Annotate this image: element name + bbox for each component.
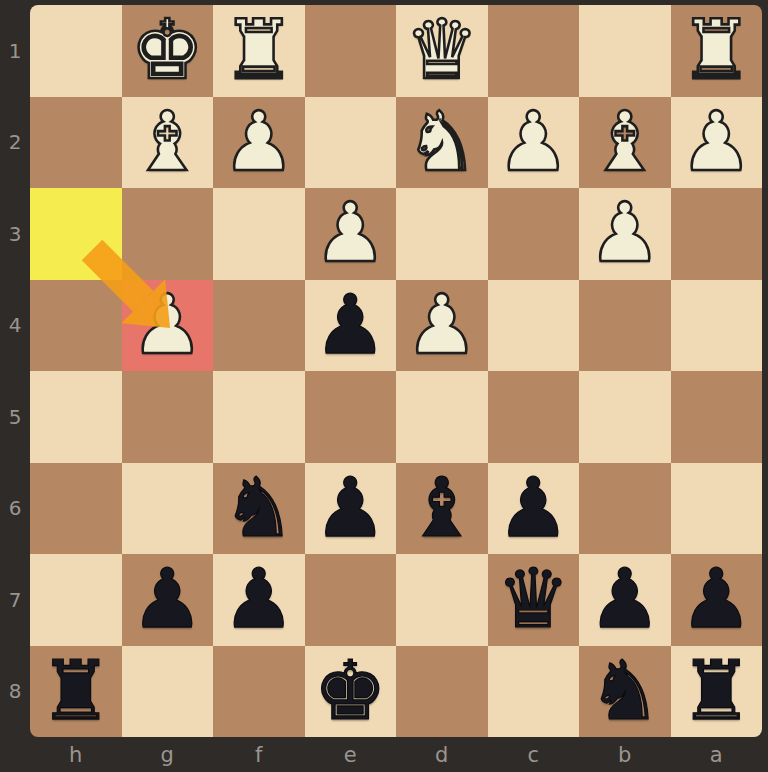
square-f2[interactable]: ♟ bbox=[213, 97, 305, 189]
square-d6[interactable]: ♝ bbox=[396, 463, 488, 555]
white-pawn[interactable]: ♟ bbox=[496, 96, 570, 188]
white-pawn[interactable]: ♟ bbox=[313, 187, 387, 279]
square-d1[interactable]: ♛ bbox=[396, 5, 488, 97]
square-a6[interactable] bbox=[671, 463, 763, 555]
square-b2[interactable]: ♝ bbox=[579, 97, 671, 189]
black-knight[interactable]: ♞ bbox=[222, 462, 296, 554]
square-b5[interactable] bbox=[579, 371, 671, 463]
square-d4[interactable]: ♟ bbox=[396, 280, 488, 372]
square-e8[interactable]: ♚ bbox=[305, 646, 397, 738]
white-rook[interactable]: ♜ bbox=[222, 5, 296, 96]
white-pawn[interactable]: ♟ bbox=[679, 96, 753, 188]
rank-labels: 12345678 bbox=[0, 5, 30, 737]
chess-board: ♚♜♛♜♝♟♞♟♝♟♟♟♟♟♟♞♟♝♟♟♟♛♟♟♜♚♞♜ bbox=[30, 5, 762, 737]
square-d8[interactable] bbox=[396, 646, 488, 738]
square-f7[interactable]: ♟ bbox=[213, 554, 305, 646]
square-g5[interactable] bbox=[122, 371, 214, 463]
square-h5[interactable] bbox=[30, 371, 122, 463]
black-bishop[interactable]: ♝ bbox=[405, 462, 479, 554]
square-c3[interactable] bbox=[488, 188, 580, 280]
black-pawn[interactable]: ♟ bbox=[588, 553, 662, 645]
black-rook[interactable]: ♜ bbox=[679, 645, 753, 737]
square-c4[interactable] bbox=[488, 280, 580, 372]
square-g3[interactable] bbox=[122, 188, 214, 280]
white-bishop[interactable]: ♝ bbox=[588, 96, 662, 188]
square-h3[interactable] bbox=[30, 188, 122, 280]
square-f1[interactable]: ♜ bbox=[213, 5, 305, 97]
square-b1[interactable] bbox=[579, 5, 671, 97]
square-g6[interactable] bbox=[122, 463, 214, 555]
white-pawn[interactable]: ♟ bbox=[130, 279, 204, 371]
rank-label-8: 8 bbox=[0, 646, 30, 738]
square-h2[interactable] bbox=[30, 97, 122, 189]
square-h7[interactable] bbox=[30, 554, 122, 646]
square-h6[interactable] bbox=[30, 463, 122, 555]
rank-label-4: 4 bbox=[0, 280, 30, 372]
white-king[interactable]: ♚ bbox=[130, 5, 204, 96]
square-e6[interactable]: ♟ bbox=[305, 463, 397, 555]
black-rook[interactable]: ♜ bbox=[39, 645, 113, 737]
rank-label-1: 1 bbox=[0, 5, 30, 97]
square-c7[interactable]: ♛ bbox=[488, 554, 580, 646]
white-pawn[interactable]: ♟ bbox=[222, 96, 296, 188]
white-queen[interactable]: ♛ bbox=[405, 5, 479, 96]
rank-label-6: 6 bbox=[0, 463, 30, 555]
square-g8[interactable] bbox=[122, 646, 214, 738]
square-b3[interactable]: ♟ bbox=[579, 188, 671, 280]
square-e4[interactable]: ♟ bbox=[305, 280, 397, 372]
rank-label-7: 7 bbox=[0, 554, 30, 646]
file-label-b: b bbox=[579, 737, 671, 772]
square-b6[interactable] bbox=[579, 463, 671, 555]
square-g1[interactable]: ♚ bbox=[122, 5, 214, 97]
square-f6[interactable]: ♞ bbox=[213, 463, 305, 555]
white-knight[interactable]: ♞ bbox=[405, 96, 479, 188]
rank-label-2: 2 bbox=[0, 97, 30, 189]
square-e7[interactable] bbox=[305, 554, 397, 646]
square-a1[interactable]: ♜ bbox=[671, 5, 763, 97]
square-g4[interactable]: ♟ bbox=[122, 280, 214, 372]
square-d2[interactable]: ♞ bbox=[396, 97, 488, 189]
square-d3[interactable] bbox=[396, 188, 488, 280]
square-d7[interactable] bbox=[396, 554, 488, 646]
white-pawn[interactable]: ♟ bbox=[405, 279, 479, 371]
file-label-f: f bbox=[213, 737, 305, 772]
black-pawn[interactable]: ♟ bbox=[222, 553, 296, 645]
file-label-a: a bbox=[671, 737, 763, 772]
black-pawn[interactable]: ♟ bbox=[496, 462, 570, 554]
white-pawn[interactable]: ♟ bbox=[588, 187, 662, 279]
square-c8[interactable] bbox=[488, 646, 580, 738]
square-a7[interactable]: ♟ bbox=[671, 554, 763, 646]
square-f8[interactable] bbox=[213, 646, 305, 738]
square-h1[interactable] bbox=[30, 5, 122, 97]
file-label-g: g bbox=[122, 737, 214, 772]
square-f3[interactable] bbox=[213, 188, 305, 280]
white-rook[interactable]: ♜ bbox=[679, 5, 753, 96]
square-a8[interactable]: ♜ bbox=[671, 646, 763, 738]
file-label-e: e bbox=[305, 737, 397, 772]
file-labels: hgfedcba bbox=[30, 737, 762, 772]
file-label-h: h bbox=[30, 737, 122, 772]
square-b7[interactable]: ♟ bbox=[579, 554, 671, 646]
square-h8[interactable]: ♜ bbox=[30, 646, 122, 738]
square-c6[interactable]: ♟ bbox=[488, 463, 580, 555]
square-h4[interactable] bbox=[30, 280, 122, 372]
square-e3[interactable]: ♟ bbox=[305, 188, 397, 280]
square-e5[interactable] bbox=[305, 371, 397, 463]
square-a3[interactable] bbox=[671, 188, 763, 280]
square-d5[interactable] bbox=[396, 371, 488, 463]
white-bishop[interactable]: ♝ bbox=[130, 96, 204, 188]
board-container: 12345678 ♚♜♛♜♝♟♞♟♝♟♟♟♟♟♟♞♟♝♟♟♟♛♟♟♜♚♞♜ hg… bbox=[0, 0, 768, 772]
black-king[interactable]: ♚ bbox=[313, 645, 387, 737]
square-a5[interactable] bbox=[671, 371, 763, 463]
black-queen[interactable]: ♛ bbox=[496, 553, 570, 645]
black-pawn[interactable]: ♟ bbox=[313, 279, 387, 371]
black-pawn[interactable]: ♟ bbox=[313, 462, 387, 554]
square-c5[interactable] bbox=[488, 371, 580, 463]
square-e1[interactable] bbox=[305, 5, 397, 97]
square-c1[interactable] bbox=[488, 5, 580, 97]
file-label-d: d bbox=[396, 737, 488, 772]
square-f4[interactable] bbox=[213, 280, 305, 372]
rank-label-5: 5 bbox=[0, 371, 30, 463]
rank-label-3: 3 bbox=[0, 188, 30, 280]
square-c2[interactable]: ♟ bbox=[488, 97, 580, 189]
black-knight[interactable]: ♞ bbox=[588, 645, 662, 737]
square-g2[interactable]: ♝ bbox=[122, 97, 214, 189]
black-pawn[interactable]: ♟ bbox=[679, 553, 753, 645]
square-a4[interactable] bbox=[671, 280, 763, 372]
file-label-c: c bbox=[488, 737, 580, 772]
black-pawn[interactable]: ♟ bbox=[130, 553, 204, 645]
square-f5[interactable] bbox=[213, 371, 305, 463]
square-e2[interactable] bbox=[305, 97, 397, 189]
square-b4[interactable] bbox=[579, 280, 671, 372]
square-b8[interactable]: ♞ bbox=[579, 646, 671, 738]
square-g7[interactable]: ♟ bbox=[122, 554, 214, 646]
square-a2[interactable]: ♟ bbox=[671, 97, 763, 189]
